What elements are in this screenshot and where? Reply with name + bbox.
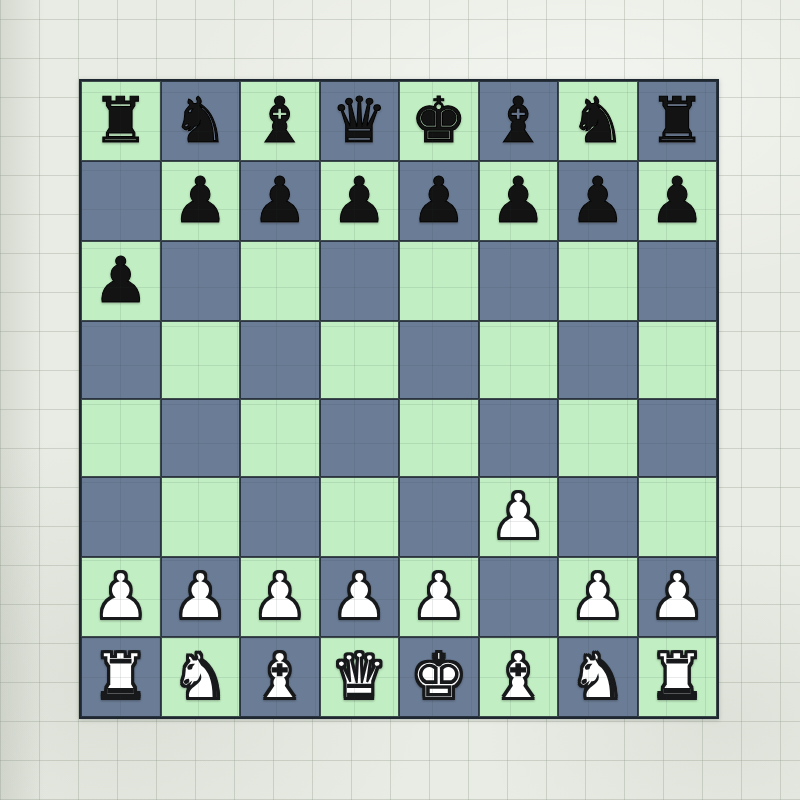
square-d6[interactable] — [320, 241, 400, 321]
square-c3[interactable] — [240, 477, 320, 557]
black-king-icon[interactable]: ♚ — [411, 81, 467, 161]
square-h3[interactable] — [638, 477, 718, 557]
square-b4[interactable] — [161, 399, 241, 477]
square-g5[interactable] — [558, 321, 638, 399]
square-d1[interactable]: ♛ — [320, 637, 400, 717]
square-g7[interactable]: ♟ — [558, 161, 638, 241]
white-rook-icon[interactable]: ♜ — [93, 637, 149, 717]
square-c8[interactable]: ♝ — [240, 81, 320, 161]
square-f3[interactable]: ♟ — [479, 477, 559, 557]
square-b5[interactable] — [161, 321, 241, 399]
square-d7[interactable]: ♟ — [320, 161, 400, 241]
black-pawn-icon[interactable]: ♟ — [490, 161, 546, 241]
chess-board: ♜♞♝♛♚♝♞♜♟♟♟♟♟♟♟♟♟♟♟♟♟♟♟♟♜♞♝♛♚♝♞♜ — [79, 79, 719, 719]
square-f5[interactable] — [479, 321, 559, 399]
square-b8[interactable]: ♞ — [161, 81, 241, 161]
square-b1[interactable]: ♞ — [161, 637, 241, 717]
square-e5[interactable] — [399, 321, 479, 399]
white-bishop-icon[interactable]: ♝ — [252, 637, 308, 717]
square-g3[interactable] — [558, 477, 638, 557]
square-a5[interactable] — [81, 321, 161, 399]
black-pawn-icon[interactable]: ♟ — [570, 161, 626, 241]
square-g2[interactable]: ♟ — [558, 557, 638, 637]
square-g6[interactable] — [558, 241, 638, 321]
square-g4[interactable] — [558, 399, 638, 477]
white-pawn-icon[interactable]: ♟ — [331, 557, 387, 637]
square-b3[interactable] — [161, 477, 241, 557]
square-e3[interactable] — [399, 477, 479, 557]
square-f7[interactable]: ♟ — [479, 161, 559, 241]
square-f4[interactable] — [479, 399, 559, 477]
white-knight-icon[interactable]: ♞ — [172, 637, 228, 717]
square-f6[interactable] — [479, 241, 559, 321]
square-h4[interactable] — [638, 399, 718, 477]
square-a6[interactable]: ♟ — [81, 241, 161, 321]
white-pawn-icon[interactable]: ♟ — [570, 557, 626, 637]
white-pawn-icon[interactable]: ♟ — [490, 477, 546, 557]
square-c1[interactable]: ♝ — [240, 637, 320, 717]
square-h5[interactable] — [638, 321, 718, 399]
square-f2[interactable] — [479, 557, 559, 637]
white-pawn-icon[interactable]: ♟ — [172, 557, 228, 637]
square-c6[interactable] — [240, 241, 320, 321]
black-pawn-icon[interactable]: ♟ — [93, 241, 149, 321]
black-queen-icon[interactable]: ♛ — [331, 81, 387, 161]
square-g1[interactable]: ♞ — [558, 637, 638, 717]
square-e7[interactable]: ♟ — [399, 161, 479, 241]
black-rook-icon[interactable]: ♜ — [93, 81, 149, 161]
white-pawn-icon[interactable]: ♟ — [649, 557, 705, 637]
square-d8[interactable]: ♛ — [320, 81, 400, 161]
square-c4[interactable] — [240, 399, 320, 477]
square-h7[interactable]: ♟ — [638, 161, 718, 241]
square-f1[interactable]: ♝ — [479, 637, 559, 717]
square-a2[interactable]: ♟ — [81, 557, 161, 637]
square-d3[interactable] — [320, 477, 400, 557]
white-pawn-icon[interactable]: ♟ — [411, 557, 467, 637]
square-b2[interactable]: ♟ — [161, 557, 241, 637]
black-rook-icon[interactable]: ♜ — [649, 81, 705, 161]
square-d4[interactable] — [320, 399, 400, 477]
black-pawn-icon[interactable]: ♟ — [172, 161, 228, 241]
square-e4[interactable] — [399, 399, 479, 477]
square-a1[interactable]: ♜ — [81, 637, 161, 717]
paper-background: ♜♞♝♛♚♝♞♜♟♟♟♟♟♟♟♟♟♟♟♟♟♟♟♟♜♞♝♛♚♝♞♜ — [0, 0, 800, 800]
white-queen-icon[interactable]: ♛ — [331, 637, 387, 717]
square-h2[interactable]: ♟ — [638, 557, 718, 637]
black-pawn-icon[interactable]: ♟ — [411, 161, 467, 241]
white-king-icon[interactable]: ♚ — [411, 637, 467, 717]
square-h8[interactable]: ♜ — [638, 81, 718, 161]
black-knight-icon[interactable]: ♞ — [570, 81, 626, 161]
square-c5[interactable] — [240, 321, 320, 399]
square-f8[interactable]: ♝ — [479, 81, 559, 161]
square-h6[interactable] — [638, 241, 718, 321]
white-bishop-icon[interactable]: ♝ — [490, 637, 546, 717]
square-a4[interactable] — [81, 399, 161, 477]
square-c7[interactable]: ♟ — [240, 161, 320, 241]
white-rook-icon[interactable]: ♜ — [649, 637, 705, 717]
square-b7[interactable]: ♟ — [161, 161, 241, 241]
black-pawn-icon[interactable]: ♟ — [331, 161, 387, 241]
square-c2[interactable]: ♟ — [240, 557, 320, 637]
black-pawn-icon[interactable]: ♟ — [649, 161, 705, 241]
square-b6[interactable] — [161, 241, 241, 321]
square-e1[interactable]: ♚ — [399, 637, 479, 717]
square-a3[interactable] — [81, 477, 161, 557]
black-bishop-icon[interactable]: ♝ — [252, 81, 308, 161]
square-a8[interactable]: ♜ — [81, 81, 161, 161]
square-a7[interactable] — [81, 161, 161, 241]
square-h1[interactable]: ♜ — [638, 637, 718, 717]
square-e8[interactable]: ♚ — [399, 81, 479, 161]
black-knight-icon[interactable]: ♞ — [172, 81, 228, 161]
square-g8[interactable]: ♞ — [558, 81, 638, 161]
white-pawn-icon[interactable]: ♟ — [93, 557, 149, 637]
black-bishop-icon[interactable]: ♝ — [490, 81, 546, 161]
square-d5[interactable] — [320, 321, 400, 399]
square-d2[interactable]: ♟ — [320, 557, 400, 637]
white-knight-icon[interactable]: ♞ — [570, 637, 626, 717]
black-pawn-icon[interactable]: ♟ — [252, 161, 308, 241]
square-e2[interactable]: ♟ — [399, 557, 479, 637]
square-e6[interactable] — [399, 241, 479, 321]
white-pawn-icon[interactable]: ♟ — [252, 557, 308, 637]
